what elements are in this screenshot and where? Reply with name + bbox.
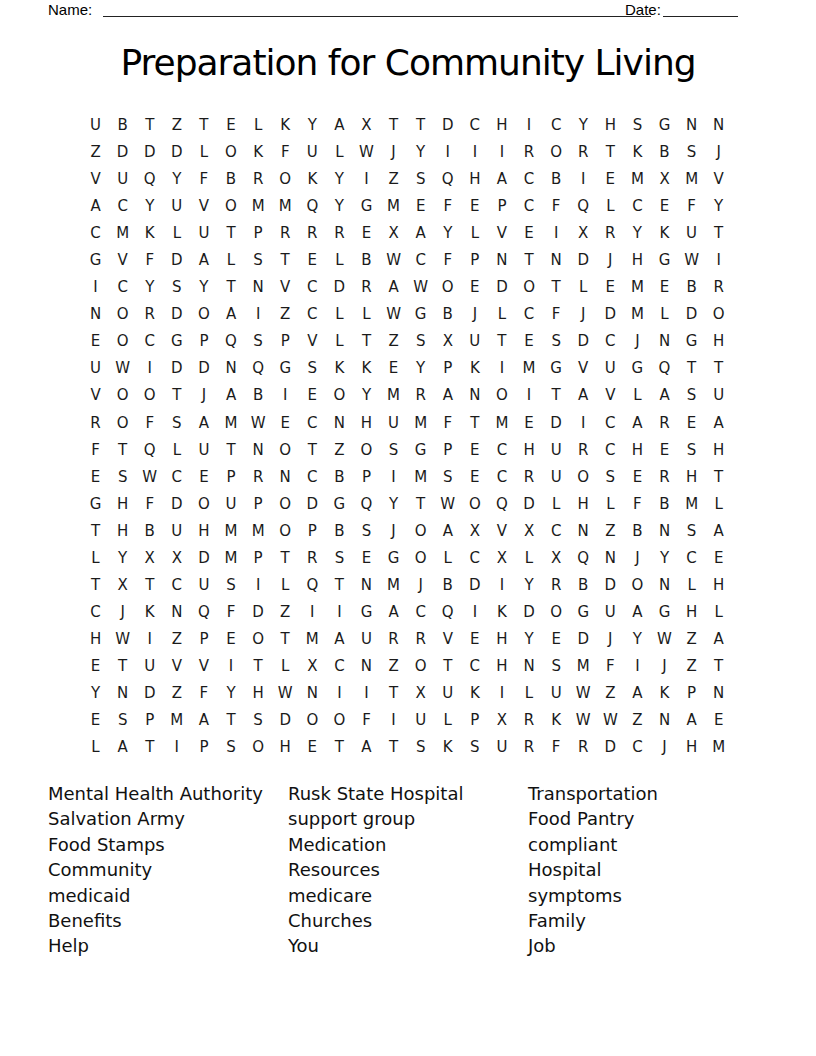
grid-cell: Y xyxy=(380,491,407,518)
grid-cell: C xyxy=(624,734,651,761)
grid-cell: I xyxy=(136,355,163,382)
date-label: Date: xyxy=(625,1,661,18)
grid-cell: T xyxy=(136,112,163,139)
grid-cell: T xyxy=(705,464,732,491)
grid-cell: U xyxy=(190,572,217,599)
grid-cell: A xyxy=(624,599,651,626)
grid-cell: T xyxy=(299,437,326,464)
grid-cell: W xyxy=(136,464,163,491)
grid-cell: O xyxy=(407,653,434,680)
grid-cell: I xyxy=(380,464,407,491)
grid-cell: R xyxy=(299,545,326,572)
grid-cell: W xyxy=(570,707,597,734)
grid-cell: T xyxy=(678,355,705,382)
grid-cell: Y xyxy=(516,626,543,653)
word-list-item: Hospital xyxy=(528,857,768,882)
grid-cell: B xyxy=(109,112,136,139)
grid-cell: T xyxy=(82,518,109,545)
grid-cell: O xyxy=(109,301,136,328)
grid-cell: U xyxy=(380,410,407,437)
grid-cell: C xyxy=(488,464,515,491)
grid-cell: U xyxy=(597,599,624,626)
grid-cell: N xyxy=(678,112,705,139)
grid-cell: D xyxy=(488,274,515,301)
grid-cell: J xyxy=(407,572,434,599)
grid-cell: E xyxy=(82,328,109,355)
grid-cell: P xyxy=(245,491,272,518)
grid-cell: D xyxy=(136,680,163,707)
grid-cell: X xyxy=(407,680,434,707)
word-list-item: Community xyxy=(48,857,288,882)
word-list: Mental Health AuthoritySalvation ArmyFoo… xyxy=(48,781,768,959)
grid-cell: T xyxy=(326,572,353,599)
grid-cell: S xyxy=(217,734,244,761)
grid-cell: O xyxy=(543,139,570,166)
grid-cell: P xyxy=(434,437,461,464)
grid-cell: M xyxy=(109,220,136,247)
grid-cell: J xyxy=(380,518,407,545)
grid-cell: T xyxy=(461,410,488,437)
grid-cell: L xyxy=(434,545,461,572)
grid-cell: N xyxy=(651,707,678,734)
grid-cell: T xyxy=(109,437,136,464)
grid-cell: W xyxy=(651,626,678,653)
grid-cell: Z xyxy=(380,328,407,355)
grid-cell: C xyxy=(326,653,353,680)
grid-cell: I xyxy=(624,653,651,680)
grid-cell: L xyxy=(488,301,515,328)
grid-cell: H xyxy=(705,328,732,355)
grid-cell: D xyxy=(163,139,190,166)
grid-cell: Y xyxy=(109,545,136,572)
grid-cell: L xyxy=(705,599,732,626)
grid-cell: U xyxy=(163,518,190,545)
grid-cell: E xyxy=(461,464,488,491)
grid-cell: A xyxy=(326,112,353,139)
grid-cell: B xyxy=(434,301,461,328)
grid-cell: Y xyxy=(299,112,326,139)
grid-cell: E xyxy=(543,626,570,653)
grid-cell: O xyxy=(624,572,651,599)
grid-cell: L xyxy=(461,220,488,247)
grid-cell: D xyxy=(570,626,597,653)
grid-cell: A xyxy=(705,410,732,437)
grid-cell: X xyxy=(651,166,678,193)
grid-cell: M xyxy=(705,734,732,761)
grid-cell: U xyxy=(543,464,570,491)
grid-cell: S xyxy=(543,653,570,680)
grid-cell: F xyxy=(136,491,163,518)
grid-cell: F xyxy=(136,247,163,274)
grid-cell: O xyxy=(299,707,326,734)
grid-cell: D xyxy=(597,301,624,328)
grid-cell: M xyxy=(163,707,190,734)
grid-cell: N xyxy=(597,545,624,572)
grid-cell: Z xyxy=(678,653,705,680)
grid-cell: E xyxy=(299,247,326,274)
grid-cell: R xyxy=(651,410,678,437)
grid-cell: Z xyxy=(163,680,190,707)
grid-cell: Y xyxy=(82,680,109,707)
grid-cell: K xyxy=(461,355,488,382)
grid-cell: R xyxy=(299,220,326,247)
grid-cell: H xyxy=(705,572,732,599)
grid-cell: H xyxy=(705,437,732,464)
grid-cell: O xyxy=(109,410,136,437)
grid-cell: S xyxy=(678,437,705,464)
grid-cell: S xyxy=(163,410,190,437)
grid-cell: B xyxy=(434,572,461,599)
grid-cell: C xyxy=(461,112,488,139)
grid-cell: S xyxy=(597,464,624,491)
grid-cell: R xyxy=(82,410,109,437)
grid-cell: R xyxy=(516,734,543,761)
grid-cell: V xyxy=(597,382,624,409)
grid-cell: O xyxy=(136,382,163,409)
grid-cell: R xyxy=(705,274,732,301)
grid-cell: F xyxy=(136,410,163,437)
grid-cell: L xyxy=(245,112,272,139)
grid-cell: A xyxy=(190,410,217,437)
grid-cell: Z xyxy=(272,599,299,626)
grid-cell: C xyxy=(678,545,705,572)
grid-cell: W xyxy=(272,680,299,707)
grid-cell: T xyxy=(272,626,299,653)
grid-cell: N xyxy=(570,518,597,545)
grid-cell: E xyxy=(82,464,109,491)
grid-cell: R xyxy=(516,464,543,491)
grid-cell: F xyxy=(434,247,461,274)
grid-cell: H xyxy=(488,653,515,680)
grid-cell: T xyxy=(543,274,570,301)
name-label: Name: xyxy=(48,1,92,18)
grid-cell: L xyxy=(570,274,597,301)
grid-cell: O xyxy=(272,166,299,193)
grid-cell: H xyxy=(570,491,597,518)
grid-cell: S xyxy=(245,247,272,274)
grid-cell: L xyxy=(678,572,705,599)
grid-cell: Z xyxy=(272,301,299,328)
grid-cell: S xyxy=(434,464,461,491)
grid-cell: K xyxy=(543,707,570,734)
grid-cell: K xyxy=(299,166,326,193)
grid-cell: E xyxy=(82,707,109,734)
grid-cell: M xyxy=(407,410,434,437)
word-list-item: Family xyxy=(528,908,768,933)
grid-cell: M xyxy=(516,355,543,382)
grid-cell: C xyxy=(488,437,515,464)
grid-cell: G xyxy=(651,247,678,274)
grid-cell: S xyxy=(407,734,434,761)
grid-cell: E xyxy=(217,626,244,653)
grid-cell: B xyxy=(326,518,353,545)
grid-cell: V xyxy=(82,166,109,193)
grid-cell: B xyxy=(326,464,353,491)
word-list-item: Benefits xyxy=(48,908,288,933)
grid-cell: K xyxy=(245,139,272,166)
grid-cell: T xyxy=(136,734,163,761)
grid-cell: G xyxy=(380,545,407,572)
grid-cell: R xyxy=(245,464,272,491)
grid-cell: B xyxy=(543,166,570,193)
grid-cell: I xyxy=(272,382,299,409)
grid-cell: G xyxy=(678,328,705,355)
grid-cell: A xyxy=(217,301,244,328)
grid-cell: D xyxy=(516,491,543,518)
grid-cell: N xyxy=(245,274,272,301)
grid-cell: J xyxy=(705,139,732,166)
grid-cell: I xyxy=(380,707,407,734)
word-list-item: Transportation xyxy=(528,781,768,806)
grid-cell: J xyxy=(624,328,651,355)
grid-cell: W xyxy=(407,274,434,301)
grid-cell: C xyxy=(597,410,624,437)
grid-cell: L xyxy=(705,491,732,518)
grid-cell: P xyxy=(488,193,515,220)
grid-cell: F xyxy=(543,301,570,328)
grid-cell: Q xyxy=(651,355,678,382)
grid-cell: S xyxy=(678,139,705,166)
grid-cell: Q xyxy=(136,166,163,193)
grid-cell: N xyxy=(217,355,244,382)
grid-cell: N xyxy=(488,247,515,274)
grid-cell: G xyxy=(651,599,678,626)
word-list-item: compliant xyxy=(528,832,768,857)
grid-cell: J xyxy=(597,626,624,653)
grid-cell: E xyxy=(597,274,624,301)
grid-cell: W xyxy=(380,247,407,274)
grid-cell: C xyxy=(163,464,190,491)
grid-cell: W xyxy=(380,301,407,328)
grid-cell: Y xyxy=(705,193,732,220)
grid-cell: C xyxy=(516,301,543,328)
grid-cell: D xyxy=(678,301,705,328)
grid-cell: P xyxy=(299,518,326,545)
grid-cell: K xyxy=(136,220,163,247)
grid-cell: J xyxy=(651,734,678,761)
grid-cell: Z xyxy=(624,707,651,734)
grid-cell: R xyxy=(516,139,543,166)
grid-cell: I xyxy=(163,734,190,761)
grid-cell: O xyxy=(190,301,217,328)
grid-cell: T xyxy=(380,680,407,707)
grid-cell: E xyxy=(651,437,678,464)
grid-cell: T xyxy=(217,220,244,247)
grid-cell: U xyxy=(82,355,109,382)
grid-cell: H xyxy=(678,734,705,761)
grid-cell: U xyxy=(82,112,109,139)
date-blank-line xyxy=(663,16,738,17)
grid-cell: D xyxy=(163,301,190,328)
grid-cell: N xyxy=(353,572,380,599)
grid-cell: M xyxy=(272,193,299,220)
grid-cell: U xyxy=(190,437,217,464)
grid-cell: C xyxy=(82,599,109,626)
grid-cell: F xyxy=(353,707,380,734)
grid-cell: O xyxy=(217,193,244,220)
grid-cell: W xyxy=(678,247,705,274)
grid-cell: T xyxy=(705,220,732,247)
grid-cell: X xyxy=(516,518,543,545)
grid-cell: I xyxy=(488,139,515,166)
grid-cell: P xyxy=(461,247,488,274)
grid-cell: S xyxy=(245,707,272,734)
grid-cell: Z xyxy=(597,680,624,707)
grid-cell: L xyxy=(163,220,190,247)
grid-cell: M xyxy=(245,518,272,545)
grid-cell: X xyxy=(109,572,136,599)
grid-cell: L xyxy=(217,247,244,274)
grid-cell: N xyxy=(163,599,190,626)
grid-cell: F xyxy=(543,734,570,761)
grid-cell: C xyxy=(543,518,570,545)
grid-cell: Q xyxy=(488,491,515,518)
grid-cell: J xyxy=(651,653,678,680)
grid-cell: N xyxy=(353,653,380,680)
grid-cell: M xyxy=(570,653,597,680)
grid-cell: Y xyxy=(217,680,244,707)
grid-cell: V xyxy=(705,166,732,193)
grid-cell: C xyxy=(299,301,326,328)
grid-cell: H xyxy=(82,626,109,653)
grid-cell: D xyxy=(245,599,272,626)
word-list-item: Medication xyxy=(288,832,528,857)
grid-cell: V xyxy=(190,193,217,220)
grid-cell: E xyxy=(82,653,109,680)
grid-cell: I xyxy=(245,301,272,328)
grid-cell: L xyxy=(597,193,624,220)
grid-cell: S xyxy=(109,464,136,491)
grid-cell: Y xyxy=(434,220,461,247)
grid-cell: V xyxy=(488,518,515,545)
grid-cell: D xyxy=(190,545,217,572)
grid-cell: X xyxy=(163,545,190,572)
grid-cell: O xyxy=(434,274,461,301)
grid-cell: G xyxy=(353,193,380,220)
grid-cell: N xyxy=(326,410,353,437)
grid-cell: C xyxy=(543,112,570,139)
grid-cell: G xyxy=(272,355,299,382)
grid-cell: V xyxy=(190,653,217,680)
grid-cell: E xyxy=(380,355,407,382)
grid-cell: W xyxy=(109,626,136,653)
grid-cell: E xyxy=(407,193,434,220)
grid-cell: D xyxy=(163,355,190,382)
grid-cell: V xyxy=(299,328,326,355)
grid-cell: P xyxy=(353,464,380,491)
grid-cell: G xyxy=(353,599,380,626)
grid-cell: S xyxy=(109,707,136,734)
grid-cell: D xyxy=(461,572,488,599)
grid-cell: I xyxy=(434,139,461,166)
grid-cell: T xyxy=(190,112,217,139)
grid-cell: U xyxy=(407,707,434,734)
grid-cell: O xyxy=(326,382,353,409)
word-list-item: Churches xyxy=(288,908,528,933)
grid-cell: T xyxy=(217,274,244,301)
grid-cell: D xyxy=(136,139,163,166)
grid-cell: O xyxy=(326,707,353,734)
grid-cell: W xyxy=(353,139,380,166)
grid-cell: S xyxy=(353,518,380,545)
grid-cell: J xyxy=(380,139,407,166)
grid-cell: X xyxy=(380,220,407,247)
grid-cell: L xyxy=(326,328,353,355)
grid-cell: A xyxy=(651,382,678,409)
grid-cell: X xyxy=(299,653,326,680)
grid-cell: U xyxy=(597,355,624,382)
grid-cell: Q xyxy=(353,491,380,518)
grid-cell: X xyxy=(461,518,488,545)
grid-cell: A xyxy=(380,274,407,301)
grid-cell: Q xyxy=(299,572,326,599)
word-list-item: Help xyxy=(48,933,288,958)
word-column-2: Rusk State Hospitalsupport groupMedicati… xyxy=(288,781,528,959)
grid-cell: O xyxy=(705,301,732,328)
grid-cell: D xyxy=(570,328,597,355)
grid-cell: T xyxy=(245,653,272,680)
grid-cell: F xyxy=(190,680,217,707)
grid-cell: S xyxy=(461,734,488,761)
grid-cell: C xyxy=(407,247,434,274)
grid-cell: F xyxy=(190,166,217,193)
grid-cell: Q xyxy=(570,545,597,572)
grid-cell: H xyxy=(245,680,272,707)
grid-cell: E xyxy=(678,410,705,437)
grid-cell: D xyxy=(163,247,190,274)
grid-cell: A xyxy=(624,680,651,707)
grid-cell: V xyxy=(272,274,299,301)
grid-cell: A xyxy=(678,707,705,734)
grid-cell: A xyxy=(488,166,515,193)
grid-cell: E xyxy=(461,437,488,464)
grid-cell: M xyxy=(217,545,244,572)
grid-cell: L xyxy=(326,247,353,274)
grid-cell: M xyxy=(299,626,326,653)
grid-cell: T xyxy=(163,382,190,409)
grid-cell: T xyxy=(217,437,244,464)
word-column-3: TransportationFood PantrycompliantHospit… xyxy=(528,781,768,959)
grid-cell: T xyxy=(272,545,299,572)
word-list-item: medicare xyxy=(288,883,528,908)
grid-cell: X xyxy=(570,220,597,247)
grid-cell: O xyxy=(245,734,272,761)
grid-cell: C xyxy=(461,545,488,572)
grid-cell: M xyxy=(678,166,705,193)
grid-cell: P xyxy=(245,545,272,572)
grid-cell: Y xyxy=(353,382,380,409)
grid-cell: O xyxy=(245,626,272,653)
grid-cell: Q xyxy=(136,437,163,464)
grid-cell: M xyxy=(624,274,651,301)
grid-cell: D xyxy=(597,734,624,761)
grid-cell: A xyxy=(380,599,407,626)
grid-cell: I xyxy=(326,599,353,626)
grid-cell: O xyxy=(488,382,515,409)
grid-cell: X xyxy=(353,112,380,139)
grid-cell: O xyxy=(570,464,597,491)
grid-cell: G xyxy=(407,437,434,464)
grid-cell: R xyxy=(353,274,380,301)
grid-cell: A xyxy=(705,626,732,653)
grid-cell: L xyxy=(272,572,299,599)
grid-cell: N xyxy=(651,328,678,355)
grid-cell: A xyxy=(705,518,732,545)
grid-cell: F xyxy=(82,437,109,464)
grid-cell: K xyxy=(651,680,678,707)
grid-cell: S xyxy=(678,382,705,409)
grid-cell: T xyxy=(380,112,407,139)
